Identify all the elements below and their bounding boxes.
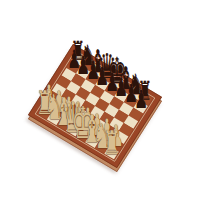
chess-board	[28, 44, 162, 168]
board-grid	[37, 53, 152, 160]
board-frame-inlay	[35, 50, 155, 161]
product-photo: ♜♞♝♛♚♝♞♜♟♟♟♟♟♟♟♟♟♟♟♟♟♟♟♟♜♞♝♛♚♝♞♜	[0, 0, 200, 200]
